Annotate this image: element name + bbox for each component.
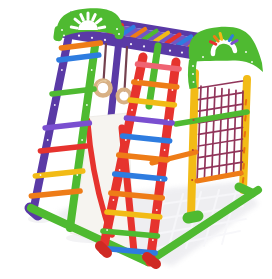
net-mesh — [197, 81, 243, 182]
gymnastic-ring — [96, 81, 111, 96]
center-ladder-foot-right — [147, 257, 156, 264]
product-photo-canvas — [0, 0, 272, 279]
net-rope — [199, 81, 243, 88]
climbing-gym-photo — [0, 0, 272, 279]
net-green-bar — [176, 112, 247, 124]
rear-post-green — [149, 46, 158, 106]
panel-right — [188, 27, 263, 89]
center-ladder-foot-left — [100, 246, 107, 253]
ring-strap — [125, 47, 128, 91]
ring-strap — [104, 44, 107, 82]
net-front-post — [191, 73, 195, 216]
net-front-post-shoe — [188, 216, 198, 218]
